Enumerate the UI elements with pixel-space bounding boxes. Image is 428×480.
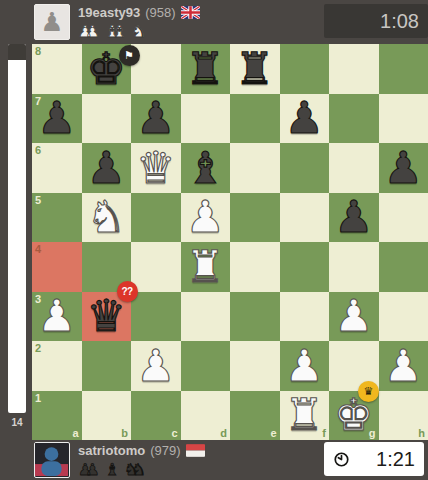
square-g4[interactable] [329,242,379,292]
square-e1[interactable]: e [230,391,280,441]
rank-label-5: 5 [35,194,41,206]
square-h7[interactable] [379,94,428,144]
eval-score: 14 [6,417,28,428]
square-f2[interactable]: ♟ [280,341,330,391]
square-c5[interactable] [131,193,181,243]
square-f8[interactable] [280,44,330,94]
opponent-name[interactable]: 19easty93 [78,5,140,20]
square-a7[interactable]: 7♟ [32,94,82,144]
square-d7[interactable] [181,94,231,144]
player-clock: 1:21 [324,442,424,476]
square-h2[interactable]: ♟ [379,341,428,391]
file-label-h: h [418,427,425,439]
square-f6[interactable] [280,143,330,193]
square-d4[interactable]: ♜ [181,242,231,292]
square-b7[interactable] [82,94,132,144]
board-area: 14 8♚♜♜7♟♟♟6♟♛♝♟5♞♟♟4♜3♟♛♟2♟♟♟1abcdef♜g♚… [0,44,428,440]
player-clock-time: 1:21 [376,448,415,471]
square-b6[interactable]: ♟ [82,143,132,193]
opponent-clock: 1:08 [324,4,428,38]
square-f5[interactable] [280,193,330,243]
square-h8[interactable] [379,44,428,94]
square-g3[interactable]: ♟ [329,292,379,342]
square-h1[interactable]: h [379,391,428,441]
opponent-rating: (958) [145,5,175,20]
file-label-a: a [72,427,78,439]
player-info: satriotomo (979) ♟♟♝♞♞ [78,442,205,478]
square-d6[interactable]: ♝ [181,143,231,193]
rank-label-8: 8 [35,45,41,57]
winner-badge: ♛ [358,381,379,402]
person-avatar-icon [35,443,68,476]
pawn-avatar-icon: ♟ [40,9,63,35]
white-rook-f1[interactable]: ♜ [280,391,330,441]
square-f1[interactable]: f♜ [280,391,330,441]
square-d2[interactable] [181,341,231,391]
captured-piece-group: ♟♟ [78,462,100,478]
square-b5[interactable]: ♞ [82,193,132,243]
captured-piece-group: ♝♝ [105,24,127,40]
black-pawn-h6[interactable]: ♟ [379,143,428,193]
square-d1[interactable]: d [181,391,231,441]
square-f4[interactable] [280,242,330,292]
square-b1[interactable]: b [82,391,132,441]
square-d5[interactable]: ♟ [181,193,231,243]
square-g7[interactable] [329,94,379,144]
square-e4[interactable] [230,242,280,292]
chess-app: ♟ 19easty93 (958) ♟♟♝♝♞ 1:08 [0,0,428,480]
square-c4[interactable] [131,242,181,292]
square-f3[interactable] [280,292,330,342]
clock-icon [333,451,350,468]
square-d8[interactable]: ♜ [181,44,231,94]
captured-piece-group: ♝ [105,462,119,478]
white-pawn-g3[interactable]: ♟ [329,292,379,342]
white-pawn-f2[interactable]: ♟ [280,341,330,391]
file-label-c: c [171,427,177,439]
white-pawn-d5[interactable]: ♟ [181,193,231,243]
square-f7[interactable]: ♟ [280,94,330,144]
white-pawn-h2[interactable]: ♟ [379,341,428,391]
square-e5[interactable] [230,193,280,243]
player-rating: (979) [150,443,180,458]
rank-label-4: 4 [35,243,41,255]
captured-piece-group: ♟♟ [78,24,100,40]
black-rook-d8[interactable]: ♜ [181,44,231,94]
black-pawn-f7[interactable]: ♟ [280,94,330,144]
chess-board: 8♚♜♜7♟♟♟6♟♛♝♟5♞♟♟4♜3♟♛♟2♟♟♟1abcdef♜g♚h⚑?… [32,44,428,440]
captured-piece-group: ♞ [131,24,145,40]
player-captured-pieces: ♟♟♝♞♞ [78,460,205,478]
square-a2[interactable]: 2 [32,341,82,391]
player-name[interactable]: satriotomo [78,443,145,458]
square-h4[interactable] [379,242,428,292]
square-h3[interactable] [379,292,428,342]
opponent-avatar[interactable]: ♟ [34,4,70,40]
eval-bar-black-segment [8,44,26,60]
square-g6[interactable] [329,143,379,193]
square-c1[interactable]: c [131,391,181,441]
square-e6[interactable] [230,143,280,193]
black-pawn-c7[interactable]: ♟ [131,94,181,144]
uk-flag-icon [181,6,200,19]
white-pawn-a3[interactable]: ♟ [32,292,82,342]
black-pawn-a7[interactable]: ♟ [32,94,82,144]
square-c3[interactable] [131,292,181,342]
square-c6[interactable]: ♛ [131,143,181,193]
square-a8[interactable]: 8 [32,44,82,94]
square-e3[interactable] [230,292,280,342]
square-h5[interactable] [379,193,428,243]
square-g8[interactable] [329,44,379,94]
white-pawn-c2[interactable]: ♟ [131,341,181,391]
black-bishop-d6[interactable]: ♝ [181,143,231,193]
square-a6[interactable]: 6 [32,143,82,193]
black-pawn-g5[interactable]: ♟ [329,193,379,243]
player-avatar[interactable] [34,442,70,478]
square-a1[interactable]: 1a [32,391,82,441]
opponent-captured-pieces: ♟♟♝♝♞ [78,22,200,40]
rank-label-6: 6 [35,144,41,156]
white-rook-d4[interactable]: ♜ [181,242,231,292]
opponent-info: 19easty93 (958) ♟♟♝♝♞ [78,4,200,40]
square-a3[interactable]: 3♟ [32,292,82,342]
square-e8[interactable]: ♜ [230,44,280,94]
file-label-b: b [121,427,128,439]
square-h6[interactable]: ♟ [379,143,428,193]
black-pawn-b6[interactable]: ♟ [82,143,132,193]
opponent-bar: ♟ 19easty93 (958) ♟♟♝♝♞ 1:08 [0,0,428,44]
rank-label-2: 2 [35,342,41,354]
square-a5[interactable]: 5 [32,193,82,243]
captured-piece-group: ♞♞ [124,462,146,478]
white-knight-b5[interactable]: ♞ [82,193,132,243]
result-flag-badge: ⚑ [119,45,140,66]
square-e7[interactable] [230,94,280,144]
eval-bar [8,44,26,413]
black-rook-e8[interactable]: ♜ [230,44,280,94]
indonesia-flag-icon [186,444,205,457]
player-bar: satriotomo (979) ♟♟♝♞♞ 1:21 [0,440,428,480]
square-g5[interactable]: ♟ [329,193,379,243]
square-b2[interactable] [82,341,132,391]
square-c2[interactable]: ♟ [131,341,181,391]
file-label-e: e [270,427,276,439]
file-label-d: d [220,427,227,439]
blunder-badge: ?? [117,281,138,302]
white-queen-c6[interactable]: ♛ [131,143,181,193]
square-a4[interactable]: 4 [32,242,82,292]
rank-label-1: 1 [35,392,41,404]
square-d3[interactable] [181,292,231,342]
square-c7[interactable]: ♟ [131,94,181,144]
square-e2[interactable] [230,341,280,391]
